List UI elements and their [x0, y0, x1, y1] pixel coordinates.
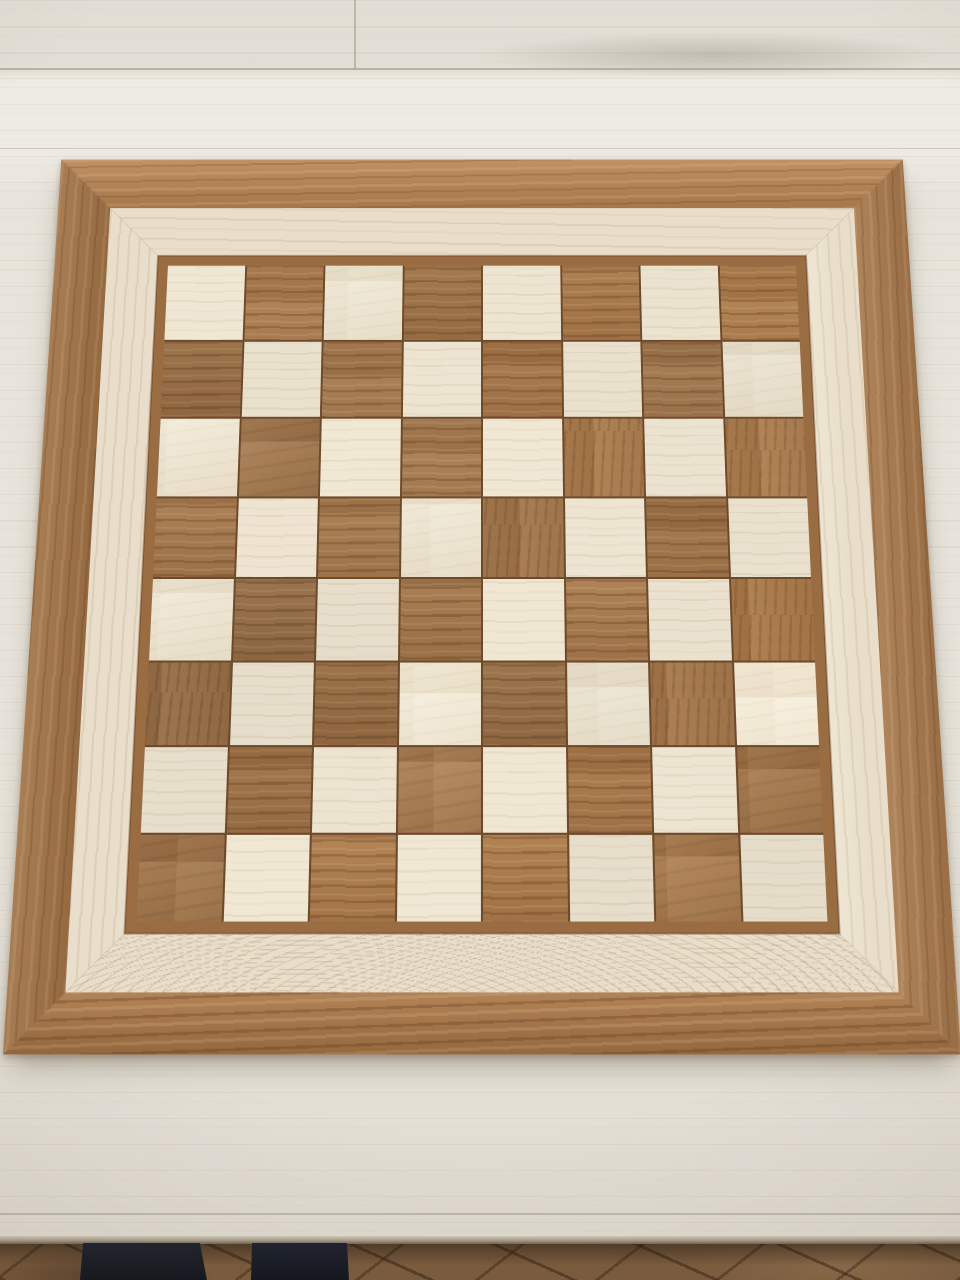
square-f8[interactable] — [562, 266, 641, 340]
square-b8[interactable] — [244, 266, 323, 340]
square-e8[interactable] — [483, 266, 561, 340]
square-h4[interactable] — [731, 579, 815, 660]
square-h1[interactable] — [740, 834, 828, 921]
square-h5[interactable] — [728, 498, 811, 577]
square-a6[interactable] — [157, 419, 239, 496]
square-f3[interactable] — [567, 662, 650, 745]
square-a1[interactable] — [137, 834, 225, 921]
table-plank-seam-lower — [0, 1213, 960, 1215]
board-surface — [3, 160, 960, 1055]
square-g7[interactable] — [642, 341, 722, 416]
dark-object-right — [250, 1243, 350, 1280]
square-e1[interactable] — [483, 834, 568, 921]
square-f4[interactable] — [566, 579, 648, 660]
square-g4[interactable] — [648, 579, 731, 660]
square-e7[interactable] — [483, 341, 562, 416]
square-a5[interactable] — [153, 498, 236, 577]
square-c6[interactable] — [320, 419, 400, 496]
square-h6[interactable] — [725, 419, 807, 496]
square-c7[interactable] — [322, 341, 402, 416]
board-grid — [137, 266, 828, 922]
square-h3[interactable] — [734, 662, 819, 745]
square-b5[interactable] — [236, 498, 318, 577]
square-g1[interactable] — [654, 834, 741, 921]
square-a7[interactable] — [161, 341, 242, 416]
table-grain-smudge — [480, 32, 950, 78]
square-c1[interactable] — [310, 834, 396, 921]
square-c4[interactable] — [316, 579, 398, 660]
square-b1[interactable] — [223, 834, 310, 921]
maple-border-top — [107, 208, 856, 256]
square-b7[interactable] — [241, 341, 321, 416]
square-a4[interactable] — [149, 579, 233, 660]
square-f1[interactable] — [569, 834, 655, 921]
square-c3[interactable] — [314, 662, 397, 745]
square-a8[interactable] — [164, 266, 244, 340]
square-e5[interactable] — [483, 498, 563, 577]
scene — [0, 0, 960, 1280]
square-f7[interactable] — [563, 341, 643, 416]
square-f5[interactable] — [565, 498, 646, 577]
square-d4[interactable] — [400, 579, 481, 660]
table-plank-seam-upper — [0, 148, 960, 149]
square-c5[interactable] — [318, 498, 399, 577]
table-plank-seam-top — [0, 68, 960, 70]
square-h7[interactable] — [722, 341, 803, 416]
square-d8[interactable] — [403, 266, 481, 340]
square-g6[interactable] — [644, 419, 725, 496]
square-b4[interactable] — [233, 579, 316, 660]
chess-board — [3, 160, 960, 1055]
square-f2[interactable] — [568, 747, 653, 832]
maple-border-bottom — [65, 934, 898, 993]
square-g3[interactable] — [650, 662, 734, 745]
square-b2[interactable] — [226, 747, 312, 832]
table-front-edge — [0, 1236, 960, 1244]
square-a3[interactable] — [145, 662, 230, 745]
square-g5[interactable] — [646, 498, 728, 577]
square-e2[interactable] — [483, 747, 566, 832]
square-d7[interactable] — [402, 341, 481, 416]
square-e4[interactable] — [483, 579, 564, 660]
square-g8[interactable] — [640, 266, 719, 340]
square-e3[interactable] — [483, 662, 565, 745]
table-plank-seam-vertical — [354, 0, 356, 69]
board-frame-top — [58, 160, 906, 209]
square-d3[interactable] — [399, 662, 481, 745]
square-g2[interactable] — [652, 747, 738, 832]
square-d6[interactable] — [401, 419, 481, 496]
square-h2[interactable] — [737, 747, 824, 832]
square-b3[interactable] — [230, 662, 314, 745]
square-a2[interactable] — [141, 747, 228, 832]
square-c8[interactable] — [324, 266, 403, 340]
square-b6[interactable] — [238, 419, 319, 496]
dark-object-left — [75, 1243, 210, 1280]
square-f6[interactable] — [564, 419, 644, 496]
square-d1[interactable] — [396, 834, 481, 921]
square-d2[interactable] — [397, 747, 480, 832]
square-e6[interactable] — [483, 419, 563, 496]
board-frame-bottom — [3, 992, 960, 1054]
square-c2[interactable] — [312, 747, 397, 832]
square-h8[interactable] — [719, 266, 799, 340]
square-d5[interactable] — [401, 498, 481, 577]
